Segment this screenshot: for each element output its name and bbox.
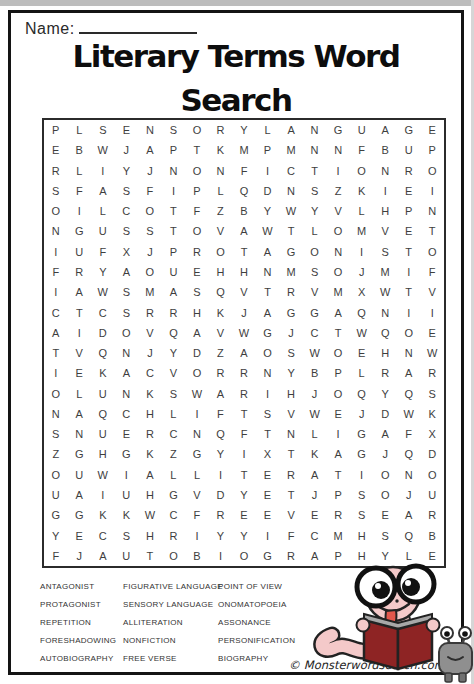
grid-cell: A xyxy=(397,505,421,525)
grid-cell: O xyxy=(185,120,209,140)
grid-cell: C xyxy=(162,505,186,525)
grid-cell: A xyxy=(373,120,397,140)
grid-cell: F xyxy=(185,201,209,221)
grid-cell: A xyxy=(303,465,327,485)
grid-cell: T xyxy=(303,161,327,181)
grid-cell: M xyxy=(326,525,350,545)
grid-cell: T xyxy=(279,444,303,464)
grid-cell: C xyxy=(303,525,327,545)
grid-cell: N xyxy=(256,363,280,383)
grid-cell: L xyxy=(162,404,186,424)
grid-cell: S xyxy=(420,384,444,404)
grid-cell: E xyxy=(326,404,350,424)
grid-cell: O xyxy=(185,363,209,383)
grid-cell: V xyxy=(68,343,92,363)
grid-cell: N xyxy=(397,343,421,363)
grid-cell: V xyxy=(279,404,303,424)
grid-cell: L xyxy=(91,201,115,221)
grid-cell: S xyxy=(91,120,115,140)
grid-cell: O xyxy=(326,262,350,282)
grid-cell: O xyxy=(209,242,233,262)
bookworm-icon xyxy=(322,566,440,669)
grid-cell: L xyxy=(350,363,374,383)
grid-cell: V xyxy=(279,505,303,525)
grid-cell: W xyxy=(303,404,327,424)
grid-cell: F xyxy=(185,505,209,525)
word-list-item: FREE VERSE xyxy=(123,650,218,668)
grid-cell: R xyxy=(397,161,421,181)
grid-cell: U xyxy=(91,424,115,444)
grid-cell: N xyxy=(68,424,92,444)
grid-cell: R xyxy=(420,505,444,525)
grid-cell: V xyxy=(185,485,209,505)
grid-cell: Q xyxy=(397,384,421,404)
grid-cell: C xyxy=(44,302,68,322)
grid-cell: A xyxy=(209,384,233,404)
grid-cell: E xyxy=(115,424,139,444)
grid-cell: L xyxy=(162,465,186,485)
grid-cell: J xyxy=(279,323,303,343)
grid-cell: N xyxy=(44,404,68,424)
grid-cell: Q xyxy=(162,323,186,343)
grid-cell: A xyxy=(326,302,350,322)
grid-cell: T xyxy=(232,465,256,485)
grid-cell: Y xyxy=(44,525,68,545)
grid-cell: X xyxy=(350,282,374,302)
grid-cell: R xyxy=(162,302,186,322)
grid-cell: F xyxy=(44,262,68,282)
grid-cell: R xyxy=(326,505,350,525)
grid-cell: U xyxy=(44,485,68,505)
grid-cell: I xyxy=(44,363,68,383)
grid-cell: G xyxy=(44,505,68,525)
grid-cell: R xyxy=(373,363,397,383)
grid-cell: J xyxy=(68,546,92,566)
grid-cell: J xyxy=(303,485,327,505)
grid-cell: R xyxy=(209,120,233,140)
grid-cell: Y xyxy=(91,262,115,282)
grid-cell: N xyxy=(397,465,421,485)
grid-cell: W xyxy=(397,404,421,424)
word-list-item: PROTAGONIST xyxy=(40,596,123,614)
grid-cell: M xyxy=(373,262,397,282)
grid-cell: V xyxy=(232,282,256,302)
grid-cell: U xyxy=(397,140,421,160)
grid-cell: G xyxy=(115,444,139,464)
grid-cell: R xyxy=(232,363,256,383)
grid-cell: A xyxy=(115,262,139,282)
grid-cell: Y xyxy=(232,120,256,140)
grid-cell: E xyxy=(420,120,444,140)
grid-cell: B xyxy=(68,140,92,160)
grid-cell: Y xyxy=(303,201,327,221)
grid-cell: U xyxy=(420,485,444,505)
grid-cell: W xyxy=(185,384,209,404)
grid-cell: F xyxy=(91,242,115,262)
grid-cell: D xyxy=(420,444,444,464)
grid-cell: N xyxy=(138,120,162,140)
grid-cell: R xyxy=(279,282,303,302)
grid-cell: N xyxy=(326,242,350,262)
grid-cell: T xyxy=(256,424,280,444)
grid-cell: E xyxy=(185,262,209,282)
grid-cell: I xyxy=(420,181,444,201)
grid-cell: O xyxy=(420,242,444,262)
grid-cell: P xyxy=(397,201,421,221)
grid-cell: O xyxy=(232,546,256,566)
grid-cell: Y xyxy=(279,363,303,383)
grid-cell: S xyxy=(138,221,162,241)
grid-cell: N xyxy=(115,384,139,404)
grid-cell: Q xyxy=(373,323,397,343)
grid-cell: V xyxy=(373,221,397,241)
grid-cell: C xyxy=(279,161,303,181)
grid-cell: K xyxy=(209,302,233,322)
grid-cell: M xyxy=(279,262,303,282)
grid-cell: B xyxy=(373,140,397,160)
grid-cell: J xyxy=(350,404,374,424)
grid-cell: U xyxy=(91,384,115,404)
page-title-line1: Literary Terms Word xyxy=(8,34,464,78)
grid-cell: O xyxy=(350,161,374,181)
grid-cell: M xyxy=(350,221,374,241)
grid-cell: H xyxy=(138,485,162,505)
grid-cell: S xyxy=(115,221,139,241)
grid-cell: O xyxy=(420,465,444,485)
mascot-graphic xyxy=(300,550,474,684)
grid-cell: A xyxy=(232,343,256,363)
grid-cell: E xyxy=(68,525,92,545)
word-search-grid: PLSENSORYLANGUAGEEBWJAPTKMPMNNFBUPRLIYJN… xyxy=(42,118,446,568)
grid-cell: E xyxy=(44,140,68,160)
grid-cell: C xyxy=(115,201,139,221)
grid-cell: T xyxy=(44,343,68,363)
grid-cell: S xyxy=(256,404,280,424)
grid-cell: S xyxy=(44,424,68,444)
grid-cell: I xyxy=(256,525,280,545)
grid-cell: Y xyxy=(209,444,233,464)
grid-cell: C xyxy=(303,323,327,343)
grid-cell: X xyxy=(256,444,280,464)
grid-cell: I xyxy=(326,424,350,444)
grid-cell: E xyxy=(68,363,92,383)
grid-cell: J xyxy=(232,302,256,322)
grid-cell: A xyxy=(138,140,162,160)
grid-cell: U xyxy=(68,465,92,485)
worksheet-page: Name: Literary Terms Word Search PLSENSO… xyxy=(0,0,474,684)
grid-cell: I xyxy=(232,444,256,464)
grid-cell: D xyxy=(256,181,280,201)
grid-cell: G xyxy=(162,485,186,505)
grid-cell: I xyxy=(44,282,68,302)
grid-cell: Q xyxy=(350,384,374,404)
grid-cell: P xyxy=(162,140,186,160)
grid-cell: O xyxy=(373,465,397,485)
grid-cell: T xyxy=(420,221,444,241)
page-title-line2: Search xyxy=(8,78,464,122)
grid-cell: A xyxy=(326,444,350,464)
grid-cell: S xyxy=(303,262,327,282)
grid-cell: O xyxy=(44,465,68,485)
grid-cell: O xyxy=(185,221,209,241)
grid-cell: G xyxy=(68,505,92,525)
grid-cell: T xyxy=(138,546,162,566)
grid-cell: B xyxy=(303,363,327,383)
grid-cell: I xyxy=(397,302,421,322)
grid-cell: R xyxy=(162,525,186,545)
grid-cell: T xyxy=(232,404,256,424)
grid-cell: O xyxy=(138,262,162,282)
grid-cell: G xyxy=(350,444,374,464)
grid-cell: S xyxy=(115,181,139,201)
grid-cell: Q xyxy=(209,424,233,444)
grid-cell: A xyxy=(44,323,68,343)
grid-cell: Q xyxy=(397,444,421,464)
grid-cell: G xyxy=(397,120,421,140)
grid-cell: S xyxy=(350,505,374,525)
grid-cell: R xyxy=(209,363,233,383)
grid-cell: H xyxy=(138,404,162,424)
grid-cell: C xyxy=(91,302,115,322)
grid-cell: O xyxy=(397,323,421,343)
grid-cell: R xyxy=(138,302,162,322)
grid-cell: R xyxy=(232,384,256,404)
grid-cell: I xyxy=(350,242,374,262)
grid-cell: Q xyxy=(91,404,115,424)
grid-cell: T xyxy=(162,201,186,221)
grid-cell: O xyxy=(44,384,68,404)
grid-cell: R xyxy=(68,262,92,282)
grid-cell: W xyxy=(138,505,162,525)
grid-cell: O xyxy=(326,221,350,241)
grid-cell: A xyxy=(256,302,280,322)
grid-cell: F xyxy=(44,546,68,566)
grid-cell: A xyxy=(256,242,280,262)
grid-cell: R xyxy=(209,505,233,525)
grid-cell: P xyxy=(185,181,209,201)
grid-cell: S xyxy=(115,282,139,302)
grid-cell: C xyxy=(138,363,162,383)
grid-cell: N xyxy=(256,262,280,282)
grid-cell: I xyxy=(420,302,444,322)
grid-cell: S xyxy=(115,302,139,322)
grid-cell: H xyxy=(209,262,233,282)
grid-cell: S xyxy=(373,242,397,262)
grid-cell: Y xyxy=(373,384,397,404)
grid-cell: C xyxy=(91,525,115,545)
grid-cell: I xyxy=(209,465,233,485)
grid-cell: P xyxy=(162,242,186,262)
grid-cell: I xyxy=(44,242,68,262)
grid-cell: M xyxy=(138,282,162,302)
grid-cell: E xyxy=(420,323,444,343)
grid-cell: L xyxy=(256,120,280,140)
word-list-item: ANTAGONIST xyxy=(40,578,123,596)
grid-cell: K xyxy=(91,363,115,383)
grid-cell: A xyxy=(68,485,92,505)
grid-cell: J xyxy=(138,343,162,363)
grid-cell: Z xyxy=(162,444,186,464)
grid-cell: F xyxy=(232,424,256,444)
grid-cell: J xyxy=(373,444,397,464)
grid-cell: V xyxy=(303,282,327,302)
grid-cell: K xyxy=(420,404,444,424)
grid-cell: R xyxy=(185,242,209,262)
word-list-item: REPETITION xyxy=(40,614,123,632)
grid-cell: J xyxy=(303,384,327,404)
grid-cell: C xyxy=(162,424,186,444)
grid-cell: G xyxy=(256,323,280,343)
grid-cell: T xyxy=(185,140,209,160)
grid-cell: Z xyxy=(326,181,350,201)
grid-cell: O xyxy=(326,343,350,363)
grid-cell: A xyxy=(232,221,256,241)
grid-cell: K xyxy=(115,505,139,525)
grid-cell: N xyxy=(279,424,303,444)
grid-cell: E xyxy=(232,505,256,525)
grid-cell: U xyxy=(115,546,139,566)
grid-cell: I xyxy=(185,525,209,545)
grid-cell: Z xyxy=(44,444,68,464)
grid-cell: N xyxy=(162,161,186,181)
grid-cell: R xyxy=(279,465,303,485)
grid-cell: T xyxy=(326,465,350,485)
grid-cell: T xyxy=(256,282,280,302)
grid-cell: F xyxy=(279,525,303,545)
word-list-item: FIGURATIVE LANGUAGE xyxy=(123,578,218,596)
word-list-column: ANTAGONISTPROTAGONISTREPETITIONFORESHADO… xyxy=(40,578,123,668)
grid-cell: H xyxy=(373,201,397,221)
grid-cell: D xyxy=(209,485,233,505)
grid-cell: P xyxy=(326,485,350,505)
grid-cell: N xyxy=(209,161,233,181)
grid-cell: F xyxy=(138,181,162,201)
grid-cell: G xyxy=(279,242,303,262)
grid-cell: A xyxy=(138,465,162,485)
grid-cell: P xyxy=(326,363,350,383)
grid-cell: K xyxy=(138,384,162,404)
grid-cell: I xyxy=(68,201,92,221)
grid-cell: S xyxy=(44,181,68,201)
grid-cell: G xyxy=(68,444,92,464)
grid-cell: I xyxy=(115,465,139,485)
grid-cell: T xyxy=(397,242,421,262)
grid-cell: A xyxy=(68,404,92,424)
grid-cell: O xyxy=(44,201,68,221)
grid-cell: N xyxy=(373,302,397,322)
grid-cell: H xyxy=(232,262,256,282)
grid-cell: W xyxy=(350,323,374,343)
grid-cell: W xyxy=(91,140,115,160)
grid-cell: Z xyxy=(209,201,233,221)
grid-cell: H xyxy=(138,525,162,545)
grid-cell: T xyxy=(162,221,186,241)
grid-cell: A xyxy=(91,181,115,201)
grid-cell: Y xyxy=(209,525,233,545)
word-list-item: AUTOBIOGRAPHY xyxy=(40,650,123,668)
word-list-item: ALLITERATION xyxy=(123,614,218,632)
grid-cell: Q xyxy=(232,181,256,201)
grid-cell: S xyxy=(350,485,374,505)
grid-cell: L xyxy=(68,161,92,181)
grid-cell: J xyxy=(138,161,162,181)
grid-cell: O xyxy=(138,201,162,221)
grid-cell: N xyxy=(185,424,209,444)
grid-cell: C xyxy=(115,404,139,424)
grid-cell: W xyxy=(303,343,327,363)
grid-cell: N xyxy=(303,120,327,140)
grid-cell: J xyxy=(115,140,139,160)
grid-cell: L xyxy=(68,120,92,140)
grid-cell: D xyxy=(373,404,397,424)
grid-cell: N xyxy=(279,181,303,201)
grid-cell: P xyxy=(256,140,280,160)
grid-cell: U xyxy=(350,120,374,140)
grid-cell: F xyxy=(397,424,421,444)
grid-cell: G xyxy=(303,302,327,322)
grid-cell: I xyxy=(397,262,421,282)
grid-cell: I xyxy=(91,485,115,505)
grid-cell: A xyxy=(115,363,139,383)
grid-cell: S xyxy=(162,384,186,404)
page-edge-shadow-top xyxy=(0,0,474,6)
grid-cell: X xyxy=(115,242,139,262)
grid-cell: L xyxy=(303,424,327,444)
grid-cell: I xyxy=(185,404,209,424)
name-blank-line xyxy=(79,18,197,34)
grid-cell: U xyxy=(115,485,139,505)
grid-cell: U xyxy=(91,221,115,241)
grid-cell: O xyxy=(373,485,397,505)
grid-cell: A xyxy=(373,424,397,444)
grid-cell: W xyxy=(91,465,115,485)
grid-cell: W xyxy=(279,201,303,221)
grid-cell: R xyxy=(420,363,444,383)
grid-cell: W xyxy=(232,323,256,343)
grid-cell: E xyxy=(303,505,327,525)
page-title: Literary Terms Word Search xyxy=(8,34,464,122)
grid-cell: O xyxy=(115,323,139,343)
grid-cell: P xyxy=(44,120,68,140)
grid-cell: Y xyxy=(115,161,139,181)
grid-cell: I xyxy=(326,161,350,181)
grid-cell: R xyxy=(138,424,162,444)
grid-cell: S xyxy=(373,525,397,545)
grid-cell: M xyxy=(232,140,256,160)
grid-cell: O xyxy=(256,343,280,363)
grid-cell: H xyxy=(279,384,303,404)
grid-cell: A xyxy=(397,363,421,383)
grid-cell: B xyxy=(232,201,256,221)
grid-cell: I xyxy=(256,161,280,181)
grid-cell: E xyxy=(115,120,139,140)
grid-cell: G xyxy=(256,546,280,566)
grid-cell: L xyxy=(68,384,92,404)
grid-cell: J xyxy=(350,262,374,282)
grid-cell: X xyxy=(420,424,444,444)
grid-cell: M xyxy=(279,140,303,160)
grid-cell: S xyxy=(185,282,209,302)
grid-cell: T xyxy=(279,485,303,505)
grid-cell: H xyxy=(91,444,115,464)
grid-cell: N xyxy=(44,221,68,241)
grid-cell: W xyxy=(256,221,280,241)
grid-cell: W xyxy=(91,282,115,302)
grid-cell: B xyxy=(185,546,209,566)
grid-cell: J xyxy=(397,485,421,505)
grid-cell: Y xyxy=(232,525,256,545)
grid-cell: N xyxy=(115,343,139,363)
